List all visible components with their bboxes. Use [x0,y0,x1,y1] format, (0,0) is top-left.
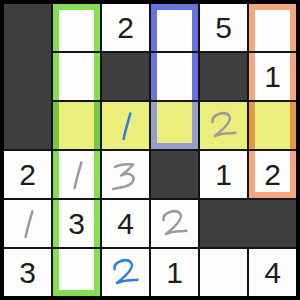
cell-r5c2[interactable] [102,249,149,296]
given-number: 1 [166,258,183,288]
cell-r2c4[interactable] [200,102,247,149]
cell-r0c4[interactable]: 5 [200,4,247,51]
cell-r2c3[interactable] [151,102,198,149]
cell-r5c1[interactable] [53,249,100,296]
pencil-mark-2 [201,103,247,149]
given-number: 3 [68,209,85,239]
cell-r0c5[interactable] [249,4,296,51]
cell-r4c1[interactable]: 3 [53,200,100,247]
cell-r0c0-black [4,4,51,51]
pencil-mark-1 [5,201,51,247]
cell-r3c2[interactable] [102,151,149,198]
cell-r5c0[interactable]: 3 [4,249,51,296]
cell-r5c4[interactable] [200,249,247,296]
cell-r1c0-black [4,53,51,100]
cell-r3c0[interactable]: 2 [4,151,51,198]
cell-r1c3[interactable] [151,53,198,100]
given-number: 5 [215,13,232,43]
cell-r1c1[interactable] [53,53,100,100]
cell-r3c3-black [151,151,198,198]
cell-r0c1[interactable] [53,4,100,51]
pencil-mark-3 [103,152,149,198]
given-number: 4 [117,209,134,239]
pencil-mark-1 [103,103,149,149]
given-number: 2 [117,13,134,43]
given-number: 3 [19,258,36,288]
pencil-mark-2 [103,250,149,296]
cell-r4c5-black [249,200,296,247]
cell-r5c5[interactable]: 4 [249,249,296,296]
cell-r3c1[interactable] [53,151,100,198]
str8ts-board: 25121234314 [0,0,300,300]
given-number: 2 [19,160,36,190]
given-number: 1 [264,62,281,92]
given-number: 4 [264,258,281,288]
cell-r1c5[interactable]: 1 [249,53,296,100]
cell-r3c4[interactable]: 1 [200,151,247,198]
cell-r0c2[interactable]: 2 [102,4,149,51]
pencil-mark-1 [54,152,100,198]
cell-r2c2[interactable] [102,102,149,149]
cell-r4c3[interactable] [151,200,198,247]
cell-r0c3[interactable] [151,4,198,51]
cell-r4c0[interactable] [4,200,51,247]
cell-r2c5[interactable] [249,102,296,149]
cell-r2c0-black [4,102,51,149]
cell-r1c4-black [200,53,247,100]
cell-r4c2[interactable]: 4 [102,200,149,247]
given-number: 1 [215,160,232,190]
cell-r5c3[interactable]: 1 [151,249,198,296]
cell-r2c1[interactable] [53,102,100,149]
cell-r3c5[interactable]: 2 [249,151,296,198]
given-number: 2 [264,160,281,190]
cell-r4c4-black [200,200,247,247]
pencil-mark-2 [152,201,198,247]
cell-r1c2-black [102,53,149,100]
